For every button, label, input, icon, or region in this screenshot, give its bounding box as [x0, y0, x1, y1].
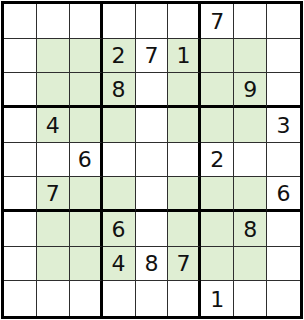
- cell-r4c8[interactable]: [267, 143, 300, 178]
- cell-r0c0[interactable]: [4, 4, 37, 39]
- cell-r6c0[interactable]: [4, 212, 37, 247]
- cell-r6c4[interactable]: [136, 212, 169, 247]
- cell-r8c2[interactable]: [70, 281, 103, 316]
- cell-r2c3[interactable]: 8: [103, 73, 136, 108]
- given-digit: 6: [277, 183, 291, 205]
- cell-r3c0[interactable]: [4, 108, 37, 143]
- cell-r1c6[interactable]: [201, 39, 234, 74]
- cell-r6c7[interactable]: 8: [234, 212, 267, 247]
- cell-r8c5[interactable]: [168, 281, 201, 316]
- given-digit: 6: [112, 219, 126, 241]
- cell-r2c5[interactable]: [168, 73, 201, 108]
- cell-r2c2[interactable]: [70, 73, 103, 108]
- cell-r4c1[interactable]: [37, 143, 70, 178]
- cell-r3c6[interactable]: [201, 108, 234, 143]
- cell-r0c2[interactable]: [70, 4, 103, 39]
- cell-r3c1[interactable]: 4: [37, 108, 70, 143]
- cell-r2c8[interactable]: [267, 73, 300, 108]
- given-digit: 2: [210, 149, 224, 171]
- sudoku-board: 727189436276684871: [1, 1, 303, 319]
- cell-r3c8[interactable]: 3: [267, 108, 300, 143]
- cell-r6c6[interactable]: [201, 212, 234, 247]
- cell-r6c8[interactable]: [267, 212, 300, 247]
- cell-r2c6[interactable]: [201, 73, 234, 108]
- cell-r3c3[interactable]: [103, 108, 136, 143]
- cell-r0c4[interactable]: [136, 4, 169, 39]
- cell-r1c2[interactable]: [70, 39, 103, 74]
- cell-r8c1[interactable]: [37, 281, 70, 316]
- cell-r3c5[interactable]: [168, 108, 201, 143]
- cell-r6c3[interactable]: 6: [103, 212, 136, 247]
- cell-r0c6[interactable]: 7: [201, 4, 234, 39]
- cell-r2c4[interactable]: [136, 73, 169, 108]
- given-digit: 9: [243, 79, 257, 101]
- cell-r5c2[interactable]: [70, 177, 103, 212]
- cell-r4c7[interactable]: [234, 143, 267, 178]
- cell-r4c2[interactable]: 6: [70, 143, 103, 178]
- cell-r4c0[interactable]: [4, 143, 37, 178]
- cell-r4c6[interactable]: 2: [201, 143, 234, 178]
- cell-r1c8[interactable]: [267, 39, 300, 74]
- cell-r8c0[interactable]: [4, 281, 37, 316]
- cell-r6c5[interactable]: [168, 212, 201, 247]
- given-digit: 2: [112, 45, 126, 67]
- given-digit: 1: [210, 289, 224, 311]
- cell-r7c5[interactable]: 7: [168, 247, 201, 282]
- cell-r1c5[interactable]: 1: [168, 39, 201, 74]
- cell-r4c4[interactable]: [136, 143, 169, 178]
- cell-r7c2[interactable]: [70, 247, 103, 282]
- given-digit: 7: [144, 45, 158, 67]
- cell-r2c1[interactable]: [37, 73, 70, 108]
- given-digit: 7: [210, 11, 224, 33]
- cell-r1c3[interactable]: 2: [103, 39, 136, 74]
- cell-r4c5[interactable]: [168, 143, 201, 178]
- given-digit: 4: [46, 115, 60, 137]
- given-digit: 7: [176, 253, 190, 275]
- cell-r1c7[interactable]: [234, 39, 267, 74]
- cell-r5c1[interactable]: 7: [37, 177, 70, 212]
- cell-r8c8[interactable]: [267, 281, 300, 316]
- cell-r8c4[interactable]: [136, 281, 169, 316]
- cell-r5c4[interactable]: [136, 177, 169, 212]
- cell-r5c3[interactable]: [103, 177, 136, 212]
- given-digit: 8: [144, 253, 158, 275]
- cell-r0c7[interactable]: [234, 4, 267, 39]
- cell-r7c0[interactable]: [4, 247, 37, 282]
- cell-r7c3[interactable]: 4: [103, 247, 136, 282]
- cell-r6c2[interactable]: [70, 212, 103, 247]
- cell-r7c1[interactable]: [37, 247, 70, 282]
- cell-r7c8[interactable]: [267, 247, 300, 282]
- cell-r0c3[interactable]: [103, 4, 136, 39]
- cell-r0c8[interactable]: [267, 4, 300, 39]
- cell-r1c4[interactable]: 7: [136, 39, 169, 74]
- cell-r0c5[interactable]: [168, 4, 201, 39]
- cell-r6c1[interactable]: [37, 212, 70, 247]
- cell-r7c6[interactable]: [201, 247, 234, 282]
- cell-r5c0[interactable]: [4, 177, 37, 212]
- cell-r3c4[interactable]: [136, 108, 169, 143]
- cell-r5c5[interactable]: [168, 177, 201, 212]
- cell-r8c3[interactable]: [103, 281, 136, 316]
- cell-r1c1[interactable]: [37, 39, 70, 74]
- cell-r2c0[interactable]: [4, 73, 37, 108]
- cell-r8c7[interactable]: [234, 281, 267, 316]
- cell-r4c3[interactable]: [103, 143, 136, 178]
- given-digit: 4: [112, 253, 126, 275]
- sudoku-page: 727189436276684871: [0, 0, 304, 320]
- cell-r5c8[interactable]: 6: [267, 177, 300, 212]
- given-digit: 3: [277, 115, 291, 137]
- cell-r7c4[interactable]: 8: [136, 247, 169, 282]
- given-digit: 6: [78, 149, 92, 171]
- cell-r5c6[interactable]: [201, 177, 234, 212]
- cell-r1c0[interactable]: [4, 39, 37, 74]
- cell-r7c7[interactable]: [234, 247, 267, 282]
- cell-r3c7[interactable]: [234, 108, 267, 143]
- cell-r0c1[interactable]: [37, 4, 70, 39]
- given-digit: 7: [46, 183, 60, 205]
- given-digit: 8: [112, 79, 126, 101]
- given-digit: 8: [243, 219, 257, 241]
- cell-r5c7[interactable]: [234, 177, 267, 212]
- cell-r8c6[interactable]: 1: [201, 281, 234, 316]
- given-digit: 1: [176, 45, 190, 67]
- cell-r2c7[interactable]: 9: [234, 73, 267, 108]
- cell-r3c2[interactable]: [70, 108, 103, 143]
